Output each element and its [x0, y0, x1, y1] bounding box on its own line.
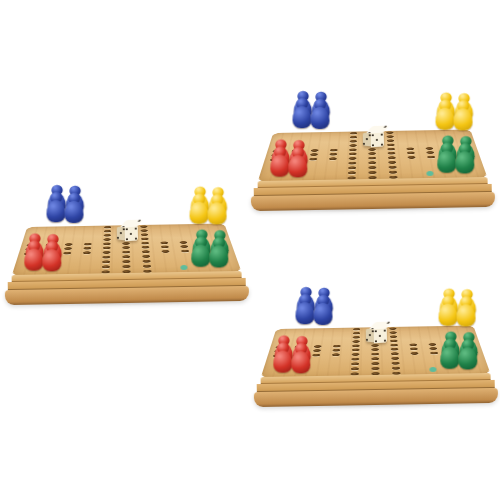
peg	[207, 194, 227, 224]
peg	[209, 237, 229, 267]
peg	[273, 342, 293, 372]
die	[362, 126, 388, 152]
peg	[46, 192, 66, 222]
peg-cluster-blue	[295, 286, 336, 327]
die-pip	[135, 228, 137, 230]
board-1	[249, 78, 495, 216]
peg	[292, 98, 312, 128]
die-body	[366, 329, 391, 343]
die-pip	[126, 238, 128, 240]
peg	[42, 241, 62, 271]
peg	[310, 99, 330, 129]
die-pip	[126, 228, 128, 230]
peg	[437, 143, 457, 173]
peg	[189, 194, 209, 224]
peg	[435, 100, 455, 130]
die-pip	[379, 335, 381, 337]
board-base-molding	[254, 373, 499, 408]
peg	[24, 240, 44, 270]
peg-cluster-yellow	[435, 91, 476, 132]
peg-cluster-red	[270, 138, 311, 179]
die-pip	[372, 144, 374, 146]
product-photo-canvas	[0, 0, 500, 500]
die-pip	[384, 339, 386, 341]
peg	[438, 296, 458, 326]
peg	[64, 193, 84, 223]
die-right-face	[125, 226, 138, 241]
die-pip	[372, 134, 374, 136]
peg	[191, 237, 211, 267]
peg	[295, 294, 315, 324]
die-right-face	[371, 132, 384, 147]
peg	[458, 339, 478, 369]
peg-cluster-blue	[292, 90, 333, 131]
peg	[453, 100, 473, 130]
die-pip	[130, 233, 132, 235]
board-2	[3, 172, 249, 310]
die-body	[117, 227, 142, 241]
peg-cluster-green	[191, 228, 232, 269]
die	[116, 220, 142, 246]
peg	[291, 343, 311, 373]
die-pip	[381, 134, 383, 136]
peg-cluster-blue	[46, 184, 87, 225]
die-pip	[376, 139, 378, 141]
peg-cluster-red	[273, 334, 314, 375]
die-right-face	[374, 328, 387, 343]
peg-cluster-yellow	[438, 287, 479, 328]
peg	[456, 296, 476, 326]
die-pip	[375, 340, 377, 342]
die-body	[363, 133, 388, 147]
base-step-bottom	[254, 388, 498, 407]
peg	[288, 147, 308, 177]
peg-cluster-red	[24, 232, 65, 273]
peg	[270, 146, 290, 176]
peg-cluster-green	[437, 134, 478, 175]
peg	[313, 295, 333, 325]
peg	[455, 143, 475, 173]
die-pip	[375, 330, 377, 332]
board-base-molding	[251, 177, 496, 212]
base-step-bottom	[5, 286, 249, 305]
board-3	[252, 274, 498, 412]
peg	[440, 339, 460, 369]
die	[365, 322, 391, 348]
die-left-face	[363, 133, 371, 147]
die-left-face	[366, 329, 374, 343]
board-base-molding	[5, 271, 250, 306]
base-step-bottom	[251, 192, 495, 211]
die-left-face	[117, 227, 125, 241]
die-pip	[135, 237, 137, 239]
peg-cluster-green	[440, 330, 481, 371]
die-pip	[381, 143, 383, 145]
peg-cluster-yellow	[189, 185, 230, 226]
die-pip	[384, 330, 386, 332]
